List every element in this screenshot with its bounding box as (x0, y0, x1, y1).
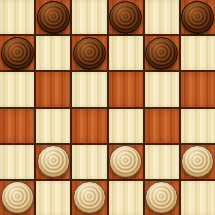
dark-checker[interactable] (1, 37, 34, 70)
square-r2c5[interactable] (181, 72, 215, 106)
light-checker[interactable] (145, 181, 178, 214)
square-r5c5 (181, 181, 215, 215)
square-r1c2[interactable] (72, 36, 106, 70)
dark-checker[interactable] (37, 1, 70, 34)
square-r0c3[interactable] (109, 0, 143, 34)
square-r3c0[interactable] (0, 109, 34, 143)
square-r4c2 (72, 145, 106, 179)
square-r2c0 (0, 72, 34, 106)
dark-checker[interactable] (181, 1, 214, 34)
square-r2c2 (72, 72, 106, 106)
square-r4c4 (145, 145, 179, 179)
square-r0c1[interactable] (36, 0, 70, 34)
square-r1c0[interactable] (0, 36, 34, 70)
square-r4c5[interactable] (181, 145, 215, 179)
square-r2c4 (145, 72, 179, 106)
square-r5c0[interactable] (0, 181, 34, 215)
checkers-board (0, 0, 215, 215)
light-checker[interactable] (1, 181, 34, 214)
square-r3c1 (36, 109, 70, 143)
square-r5c1 (36, 181, 70, 215)
light-checker[interactable] (73, 181, 106, 214)
square-r1c3 (109, 36, 143, 70)
square-r4c3[interactable] (109, 145, 143, 179)
square-r0c4 (145, 0, 179, 34)
square-r4c1[interactable] (36, 145, 70, 179)
square-r4c0 (0, 145, 34, 179)
square-r0c5[interactable] (181, 0, 215, 34)
square-r0c0 (0, 0, 34, 34)
square-r2c1[interactable] (36, 72, 70, 106)
dark-checker[interactable] (109, 1, 142, 34)
square-r3c5 (181, 109, 215, 143)
square-r3c3 (109, 109, 143, 143)
dark-checker[interactable] (145, 37, 178, 70)
square-r5c4[interactable] (145, 181, 179, 215)
light-checker[interactable] (37, 145, 70, 178)
square-r5c2[interactable] (72, 181, 106, 215)
square-r3c4[interactable] (145, 109, 179, 143)
dark-checker[interactable] (73, 37, 106, 70)
square-r3c2[interactable] (72, 109, 106, 143)
square-r2c3[interactable] (109, 72, 143, 106)
light-checker[interactable] (181, 145, 214, 178)
square-r1c5 (181, 36, 215, 70)
square-r1c4[interactable] (145, 36, 179, 70)
square-r0c2 (72, 0, 106, 34)
square-r5c3 (109, 181, 143, 215)
light-checker[interactable] (109, 145, 142, 178)
square-r1c1 (36, 36, 70, 70)
